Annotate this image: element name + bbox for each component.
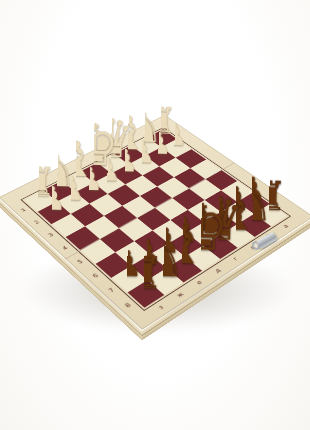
file-label-з: з [157,304,166,311]
piece-white-pawn-h2[interactable]: ♟ [51,182,52,214]
rank-label-8: 8 [123,302,132,309]
piece-black-rook-h8[interactable]: ♜ [143,251,144,295]
square-h8[interactable]: ♜ [128,280,165,307]
piece-white-pawn-d2[interactable]: ♟ [124,145,125,176]
rank-label-4: 4 [61,245,69,251]
rank-label-1: 1 [19,207,27,213]
file-label-д: д [214,267,223,274]
file-label-а: а [282,223,290,229]
rank-label-7: 7 [107,287,116,294]
rank-label-5: 5 [76,258,84,264]
piece-white-pawn-g2[interactable]: ♟ [70,172,71,204]
file-label-г: г [232,256,240,262]
file-label-ж: ж [176,291,186,299]
file-label-е: е [195,279,204,286]
piece-white-pawn-a2[interactable]: ♟ [174,120,175,150]
piece-white-pawn-e2[interactable]: ♟ [107,154,108,185]
piece-white-pawn-c2[interactable]: ♟ [141,136,142,166]
rank-label-6: 6 [91,272,100,279]
rank-label-3: 3 [47,232,55,238]
piece-white-pawn-b2[interactable]: ♟ [158,128,159,158]
product-photo: ♜♟♟♜♞♟♟♞♝♟♟♝♛♟♟♛♚♟♟♚♝♟♟♝♞♟♟♞♜♟♟♜ 1234567… [0,0,310,430]
rank-label-2: 2 [33,219,41,225]
piece-white-pawn-f2[interactable]: ♟ [89,163,90,195]
